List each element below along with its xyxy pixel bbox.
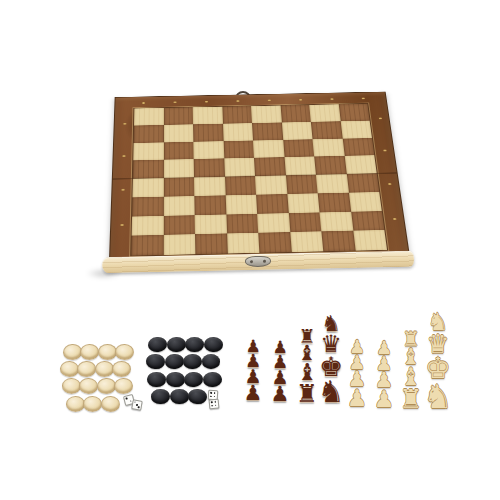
square-b6 [163, 141, 193, 159]
square-c2 [195, 214, 227, 234]
checker-dark [202, 354, 221, 369]
square-d6 [223, 140, 254, 158]
square-h7 [340, 121, 372, 139]
square-h5 [344, 155, 376, 174]
tack-icon [393, 218, 396, 220]
checker-light [83, 395, 102, 411]
tack-icon [379, 118, 382, 120]
tack-icon [388, 183, 391, 185]
tack-icon [122, 189, 125, 191]
tack-icon [120, 224, 123, 226]
tack-icon [123, 123, 126, 125]
square-e4 [255, 175, 287, 194]
square-g2 [319, 211, 352, 231]
square-e2 [257, 213, 290, 233]
square-c8 [193, 107, 223, 125]
square-d5 [224, 158, 255, 177]
chess-board [109, 92, 411, 271]
square-f2 [288, 212, 321, 232]
checker-light [95, 361, 115, 377]
square-g1 [321, 231, 355, 252]
square-e1 [258, 232, 291, 253]
square-e3 [256, 194, 288, 214]
checker-dark [164, 354, 184, 370]
die-pip [126, 398, 128, 400]
checker-dark [147, 372, 166, 387]
die-pip [138, 406, 140, 408]
tack-icon [174, 101, 177, 103]
tack-icon [362, 98, 365, 100]
chess-piece-dark-pawn: ♟ [244, 383, 263, 404]
die [209, 399, 220, 410]
square-f3 [287, 193, 320, 213]
checker-light [100, 395, 120, 411]
square-a5 [133, 160, 164, 179]
square-d3 [225, 195, 257, 215]
die-pip [214, 396, 216, 398]
square-c4 [194, 177, 225, 196]
square-a3 [132, 197, 163, 217]
die-pip [214, 401, 216, 403]
die-pip [214, 392, 216, 394]
square-a4 [132, 178, 163, 197]
square-h1 [353, 230, 387, 251]
product-photo: ♟♟♟♟♟♟♟♟♜♝♝♜♞♛♚♞ ♟♟♟♟♟♟♟♟♜♝♝♜♞♛♚♞ [0, 0, 500, 500]
checker-dark [146, 354, 165, 370]
chess-piece-light-rook: ♜ [399, 386, 422, 412]
checker-dark [169, 389, 188, 404]
square-a7 [134, 125, 164, 143]
square-g5 [314, 156, 346, 175]
tack-icon [299, 99, 302, 101]
chess-piece-light-pawn: ♟ [347, 387, 368, 410]
square-f8 [280, 105, 311, 122]
checker-dark [183, 354, 202, 370]
square-h6 [342, 138, 374, 156]
die-pip [215, 405, 217, 407]
tack-icon [330, 98, 333, 100]
checker-dark [166, 337, 185, 353]
square-b7 [164, 124, 194, 142]
square-e8 [251, 105, 281, 122]
square-h3 [348, 192, 381, 212]
square-a6 [133, 142, 163, 160]
square-f5 [284, 157, 316, 176]
square-c3 [194, 195, 226, 215]
checker-light [80, 344, 100, 360]
square-g4 [316, 174, 349, 193]
checker-light [98, 344, 117, 360]
square-c5 [194, 159, 225, 178]
tack-icon [236, 100, 239, 102]
chess-piece-dark-knight: ♞ [318, 377, 345, 407]
square-f7 [281, 122, 312, 140]
die-pip [211, 405, 213, 407]
checker-dark [188, 389, 207, 405]
checker-dark [147, 336, 167, 352]
square-g7 [311, 121, 342, 139]
clasp-latch-icon [245, 256, 271, 268]
square-b2 [163, 215, 195, 235]
checker-dark [203, 371, 222, 387]
square-c6 [193, 141, 223, 159]
square-f6 [283, 139, 314, 157]
die-pip [210, 396, 212, 398]
die [131, 399, 143, 411]
checker-dark [165, 371, 184, 387]
square-e5 [254, 157, 285, 176]
square-c1 [195, 234, 227, 255]
square-b1 [163, 234, 195, 255]
chess-piece-dark-pawn: ♟ [271, 384, 290, 405]
board-grid [130, 103, 388, 256]
square-d1 [227, 233, 260, 254]
chess-piece-column: ♞♛♚♞ [418, 313, 458, 413]
square-g6 [312, 138, 344, 156]
square-f4 [285, 175, 317, 194]
chess-piece-light-knight: ♞ [423, 380, 453, 413]
die-pip [211, 401, 213, 403]
square-b4 [163, 177, 194, 196]
chess-piece-light-pawn: ♟ [374, 388, 395, 411]
square-h4 [346, 173, 379, 192]
square-h8 [338, 104, 369, 121]
checker-light [112, 361, 131, 377]
square-a1 [131, 235, 163, 256]
square-d4 [225, 176, 257, 195]
die-pip [210, 392, 212, 394]
board-frame [109, 92, 411, 271]
checker-light [114, 378, 134, 394]
square-g3 [318, 193, 351, 213]
checker-light [77, 361, 97, 378]
checker-light [79, 378, 99, 394]
checker-dark [184, 371, 204, 387]
square-d7 [223, 123, 253, 141]
tack-icon [142, 102, 145, 104]
square-e7 [252, 122, 283, 140]
square-b8 [164, 107, 194, 125]
square-c7 [193, 124, 223, 142]
tack-icon [268, 99, 271, 101]
square-e6 [253, 140, 284, 158]
chess-piece-dark-rook: ♜ [296, 381, 318, 406]
square-h2 [351, 211, 385, 231]
square-g8 [309, 104, 340, 121]
tack-icon [122, 155, 125, 157]
square-a8 [134, 108, 164, 126]
checker-dark [185, 337, 204, 352]
tack-icon [383, 150, 386, 152]
square-d2 [226, 213, 258, 233]
checker-dark [204, 337, 223, 353]
checker-light [115, 344, 135, 360]
square-b3 [163, 196, 194, 216]
tack-icon [205, 101, 208, 103]
square-b5 [163, 159, 194, 178]
checker-dark [151, 389, 170, 404]
square-d8 [222, 106, 252, 124]
square-a2 [132, 216, 164, 236]
square-f1 [290, 232, 323, 253]
